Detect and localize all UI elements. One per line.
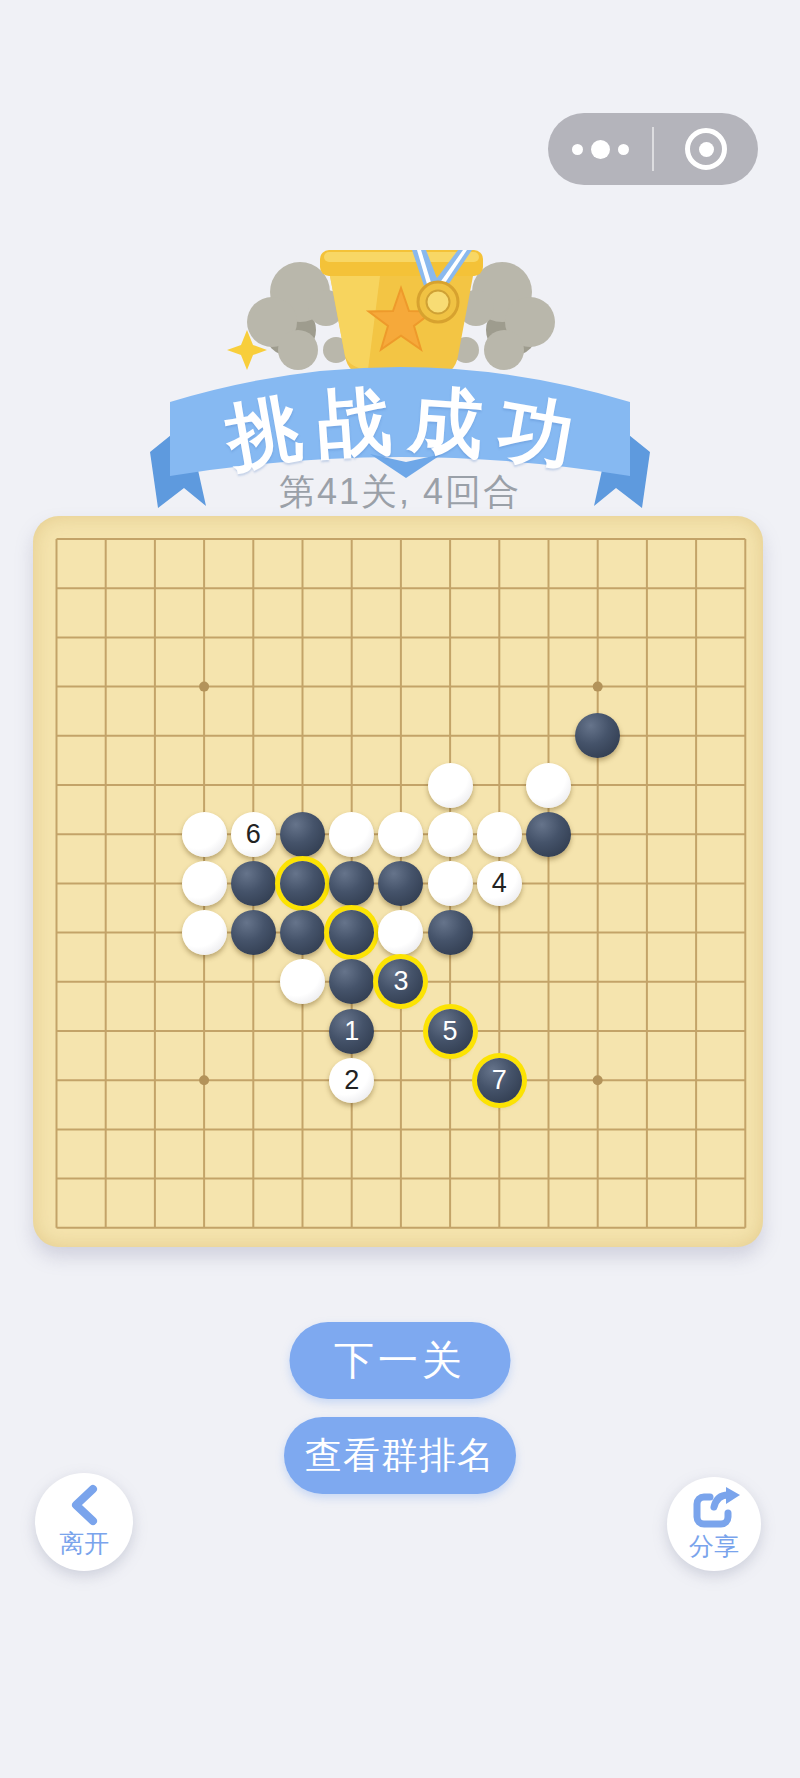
stone-white bbox=[378, 812, 423, 857]
share-icon bbox=[688, 1485, 740, 1529]
star-point bbox=[199, 682, 209, 692]
stone-white: 2 bbox=[329, 1058, 374, 1103]
exit-button[interactable] bbox=[654, 113, 758, 185]
leave-button[interactable]: 离开 bbox=[35, 1473, 133, 1571]
stone-black bbox=[329, 910, 374, 955]
stone-white: 4 bbox=[477, 861, 522, 906]
share-button[interactable]: 分享 bbox=[667, 1477, 761, 1571]
stone-white bbox=[329, 812, 374, 857]
stone-black: 5 bbox=[428, 1009, 473, 1054]
star-point bbox=[593, 1075, 603, 1085]
stone-black: 7 bbox=[477, 1058, 522, 1103]
move-number: 6 bbox=[246, 821, 261, 848]
back-chevron-icon bbox=[69, 1484, 99, 1526]
trophy-banner-graphic bbox=[140, 210, 660, 510]
stone-black bbox=[280, 910, 325, 955]
ellipsis-icon bbox=[572, 140, 629, 159]
result-subtitle: 第41关, 4回合 bbox=[0, 468, 800, 517]
stone-white bbox=[428, 812, 473, 857]
stone-white: 6 bbox=[231, 812, 276, 857]
move-number: 5 bbox=[443, 1018, 458, 1045]
star-point bbox=[593, 682, 603, 692]
star-point bbox=[199, 1075, 209, 1085]
stone-black bbox=[526, 812, 571, 857]
gomoku-board[interactable]: 6431527 bbox=[33, 516, 763, 1247]
stone-black bbox=[428, 910, 473, 955]
leave-label: 离开 bbox=[59, 1527, 109, 1560]
stone-white bbox=[182, 861, 227, 906]
stone-white bbox=[428, 861, 473, 906]
wechat-capsule bbox=[548, 113, 758, 185]
mini-program-screen: 挑战成功 第41关, 4回合 6431527 下一关 查看群排名 离开 分享 bbox=[0, 0, 800, 1778]
share-label: 分享 bbox=[689, 1530, 739, 1563]
stone-black bbox=[378, 861, 423, 906]
stone-white bbox=[182, 910, 227, 955]
stone-white bbox=[428, 763, 473, 808]
stone-white bbox=[526, 763, 571, 808]
stone-white bbox=[477, 812, 522, 857]
move-number: 4 bbox=[492, 870, 507, 897]
stone-black bbox=[231, 910, 276, 955]
next-level-button[interactable]: 下一关 bbox=[290, 1322, 511, 1399]
record-icon bbox=[685, 128, 727, 170]
group-ranking-button[interactable]: 查看群排名 bbox=[284, 1417, 516, 1494]
stone-black bbox=[329, 861, 374, 906]
move-number: 7 bbox=[492, 1067, 507, 1094]
stone-black bbox=[280, 861, 325, 906]
stone-white bbox=[182, 812, 227, 857]
move-number: 3 bbox=[393, 968, 408, 995]
stone-white bbox=[280, 959, 325, 1004]
stone-black bbox=[280, 812, 325, 857]
more-button[interactable] bbox=[548, 113, 652, 185]
stone-black: 1 bbox=[329, 1009, 374, 1054]
stone-black bbox=[231, 861, 276, 906]
move-number: 1 bbox=[344, 1018, 359, 1045]
move-number: 2 bbox=[344, 1067, 359, 1094]
